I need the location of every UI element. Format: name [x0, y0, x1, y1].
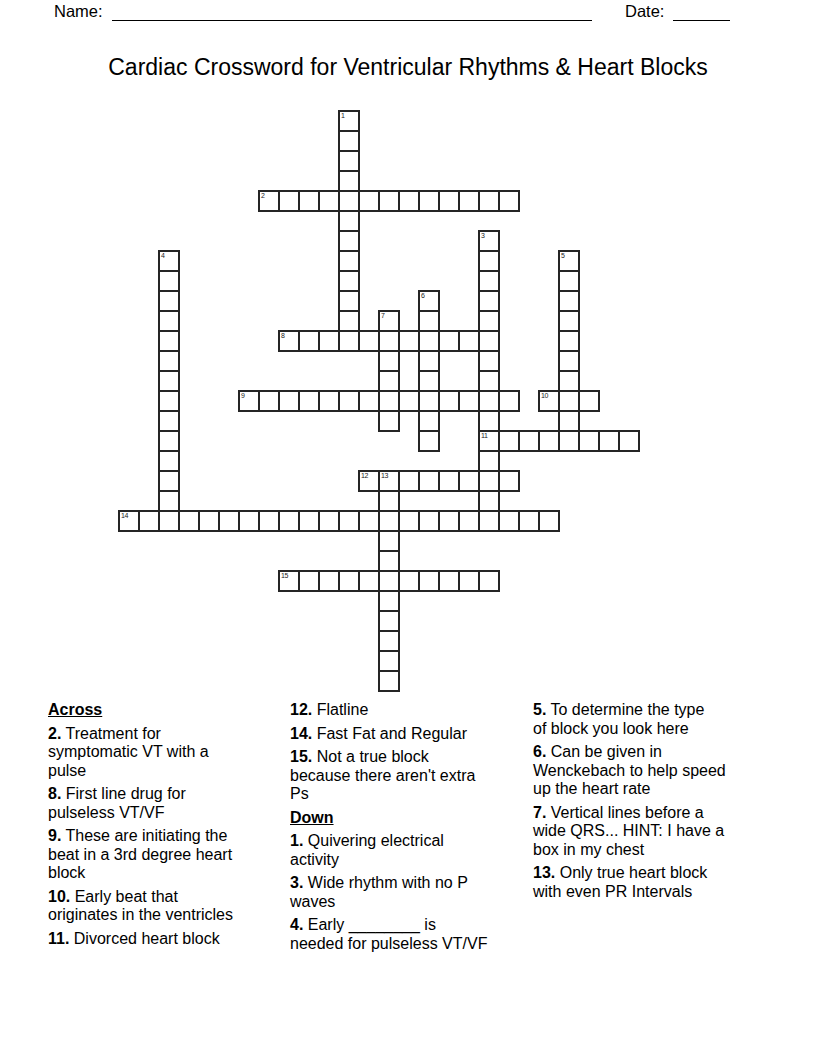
- cell-r20c2[interactable]: [158, 510, 180, 532]
- cell-r13c2[interactable]: [158, 370, 180, 392]
- cell-r13c15[interactable]: [418, 370, 440, 392]
- cell-r15c15[interactable]: [418, 410, 440, 432]
- cell-r20c19[interactable]: [498, 510, 520, 532]
- cell-r19c18[interactable]: [478, 490, 500, 512]
- cell-r3c11[interactable]: [338, 170, 360, 192]
- clue-item-5: 5. To determine the type of block you lo…: [533, 701, 771, 738]
- cell-r14c6[interactable]: 9: [238, 390, 260, 412]
- cell-r16c24[interactable]: [598, 430, 620, 452]
- cell-r0c11[interactable]: 1: [338, 110, 360, 132]
- cell-r16c18[interactable]: 11: [478, 430, 500, 452]
- cell-r14c21[interactable]: 10: [538, 390, 560, 412]
- cell-r15c2[interactable]: [158, 410, 180, 432]
- cell-r12c15[interactable]: [418, 350, 440, 372]
- cell-r16c19[interactable]: [498, 430, 520, 452]
- cell-r11c12[interactable]: [358, 330, 380, 352]
- cell-r9c15[interactable]: 6: [418, 290, 440, 312]
- cell-r26c13[interactable]: [378, 630, 400, 652]
- cell-r12c2[interactable]: [158, 350, 180, 372]
- clue-item-13: 13. Only true heart block with even PR I…: [533, 864, 771, 901]
- cell-r9c2[interactable]: [158, 290, 180, 312]
- clue-number-3: 3: [481, 232, 485, 240]
- cell-r17c2[interactable]: [158, 450, 180, 472]
- cell-r18c19[interactable]: [498, 470, 520, 492]
- cell-r14c22[interactable]: [558, 390, 580, 412]
- cell-r11c11[interactable]: [338, 330, 360, 352]
- clues-column-middle: 12. Flatline14. Fast Fat and Regular15. …: [290, 701, 522, 958]
- cell-r19c2[interactable]: [158, 490, 180, 512]
- cell-r4c9[interactable]: [298, 190, 320, 212]
- clue-number-7: 7: [381, 312, 385, 320]
- clue-item-1: 1. Quivering electrical activity: [290, 832, 522, 869]
- cell-r18c2[interactable]: [158, 470, 180, 492]
- cell-r18c15[interactable]: [418, 470, 440, 492]
- cell-r4c10[interactable]: [318, 190, 340, 212]
- cell-r20c20[interactable]: [518, 510, 540, 532]
- cell-r20c6[interactable]: [238, 510, 260, 532]
- cell-r23c12[interactable]: [358, 570, 380, 592]
- clue-number-12: 12: [361, 472, 368, 480]
- clue-item-8: 8. First line drug for pulseless VT/VF: [48, 785, 270, 822]
- cell-r16c21[interactable]: [538, 430, 560, 452]
- cell-r18c17[interactable]: [458, 470, 480, 492]
- cell-r20c16[interactable]: [438, 510, 460, 532]
- cell-r7c2[interactable]: 4: [158, 250, 180, 272]
- cell-r15c13[interactable]: [378, 410, 400, 432]
- cell-r11c16[interactable]: [438, 330, 460, 352]
- cell-r23c9[interactable]: [298, 570, 320, 592]
- clues-column-across: Across2. Treatment for symptomatic VT wi…: [48, 701, 270, 953]
- clue-item-7: 7. Vertical lines before a wide QRS... H…: [533, 804, 771, 860]
- clue-item-2: 2. Treatment for symptomatic VT with a p…: [48, 725, 270, 781]
- cell-r13c22[interactable]: [558, 370, 580, 392]
- cell-r4c14[interactable]: [398, 190, 420, 212]
- cell-r2c11[interactable]: [338, 150, 360, 172]
- cell-r7c18[interactable]: [478, 250, 500, 272]
- cell-r13c18[interactable]: [478, 370, 500, 392]
- cell-r4c18[interactable]: [478, 190, 500, 212]
- clue-item-10: 10. Early beat that originates in the ve…: [48, 888, 270, 925]
- clue-item-4: 4. Early ________ is needed for pulseles…: [290, 916, 522, 953]
- cell-r14c12[interactable]: [358, 390, 380, 412]
- clue-item-14: 14. Fast Fat and Regular: [290, 725, 522, 744]
- cell-r16c20[interactable]: [518, 430, 540, 452]
- cell-r20c18[interactable]: [478, 510, 500, 532]
- cell-r12c13[interactable]: [378, 350, 400, 372]
- cell-r10c22[interactable]: [558, 310, 580, 332]
- cell-r14c14[interactable]: [398, 390, 420, 412]
- clue-item-3: 3. Wide rhythm with no P waves: [290, 874, 522, 911]
- clue-list-heading-across: Across: [48, 701, 270, 720]
- cell-r4c16[interactable]: [438, 190, 460, 212]
- cell-r8c22[interactable]: [558, 270, 580, 292]
- date-blank-line: [673, 20, 730, 21]
- cell-r14c8[interactable]: [278, 390, 300, 412]
- cell-r11c14[interactable]: [398, 330, 420, 352]
- crossword-grid: 123456789101112131415: [118, 110, 642, 694]
- cell-r23c10[interactable]: [318, 570, 340, 592]
- clue-item-11: 11. Divorced heart block: [48, 930, 270, 949]
- cell-r18c18[interactable]: [478, 470, 500, 492]
- cell-r11c8[interactable]: 8: [278, 330, 300, 352]
- cell-r4c8[interactable]: [278, 190, 300, 212]
- cell-r20c15[interactable]: [418, 510, 440, 532]
- cell-r11c9[interactable]: [298, 330, 320, 352]
- cell-r16c15[interactable]: [418, 430, 440, 452]
- cell-r20c1[interactable]: [138, 510, 160, 532]
- cell-r14c11[interactable]: [338, 390, 360, 412]
- clue-number-6: 6: [421, 292, 425, 300]
- cell-r14c17[interactable]: [458, 390, 480, 412]
- cell-r16c25[interactable]: [618, 430, 640, 452]
- cell-r9c18[interactable]: [478, 290, 500, 312]
- cell-r9c22[interactable]: [558, 290, 580, 312]
- cell-r11c22[interactable]: [558, 330, 580, 352]
- cell-r4c13[interactable]: [378, 190, 400, 212]
- clue-number-2: 2: [261, 192, 265, 200]
- cell-r14c7[interactable]: [258, 390, 280, 412]
- cell-r6c18[interactable]: 3: [478, 230, 500, 252]
- clue-number-4: 4: [161, 252, 165, 260]
- cell-r20c4[interactable]: [198, 510, 220, 532]
- clues-column-down: 5. To determine the type of block you lo…: [533, 701, 771, 906]
- cell-r18c13[interactable]: 13: [378, 470, 400, 492]
- cell-r23c15[interactable]: [418, 570, 440, 592]
- cell-r12c18[interactable]: [478, 350, 500, 372]
- cell-r11c15[interactable]: [418, 330, 440, 352]
- cell-r10c18[interactable]: [478, 310, 500, 332]
- cell-r14c18[interactable]: [478, 390, 500, 412]
- cell-r11c2[interactable]: [158, 330, 180, 352]
- cell-r10c13[interactable]: 7: [378, 310, 400, 332]
- cell-r22c13[interactable]: [378, 550, 400, 572]
- cell-r28c13[interactable]: [378, 670, 400, 692]
- cell-r23c8[interactable]: 15: [278, 570, 300, 592]
- cell-r20c3[interactable]: [178, 510, 200, 532]
- cell-r11c17[interactable]: [458, 330, 480, 352]
- cell-r4c7[interactable]: 2: [258, 190, 280, 212]
- cell-r17c18[interactable]: [478, 450, 500, 472]
- clue-number-5: 5: [561, 252, 565, 260]
- cell-r14c19[interactable]: [498, 390, 520, 412]
- cell-r20c21[interactable]: [538, 510, 560, 532]
- cell-r7c11[interactable]: [338, 250, 360, 272]
- cell-r14c23[interactable]: [578, 390, 600, 412]
- cell-r13c13[interactable]: [378, 370, 400, 392]
- cell-r16c22[interactable]: [558, 430, 580, 452]
- cell-r8c2[interactable]: [158, 270, 180, 292]
- cell-r4c19[interactable]: [498, 190, 520, 212]
- cell-r18c12[interactable]: 12: [358, 470, 380, 492]
- cell-r20c0[interactable]: 14: [118, 510, 140, 532]
- cell-r18c14[interactable]: [398, 470, 420, 492]
- cell-r20c8[interactable]: [278, 510, 300, 532]
- cell-r15c22[interactable]: [558, 410, 580, 432]
- clue-number-10: 10: [541, 392, 548, 400]
- cell-r21c13[interactable]: [378, 530, 400, 552]
- cell-r23c18[interactable]: [478, 570, 500, 592]
- cell-r16c23[interactable]: [578, 430, 600, 452]
- clue-number-9: 9: [241, 392, 245, 400]
- cell-r1c11[interactable]: [338, 130, 360, 152]
- cell-r23c11[interactable]: [338, 570, 360, 592]
- cell-r20c5[interactable]: [218, 510, 240, 532]
- name-label: Name:: [54, 2, 103, 21]
- clue-number-1: 1: [341, 112, 345, 120]
- clue-number-11: 11: [481, 432, 488, 440]
- clue-number-8: 8: [281, 332, 285, 340]
- cell-r9c11[interactable]: [338, 290, 360, 312]
- date-label: Date:: [625, 2, 664, 21]
- cell-r4c17[interactable]: [458, 190, 480, 212]
- cell-r25c13[interactable]: [378, 610, 400, 632]
- clue-number-14: 14: [121, 512, 128, 520]
- cell-r14c9[interactable]: [298, 390, 320, 412]
- cell-r18c16[interactable]: [438, 470, 460, 492]
- cell-r11c18[interactable]: [478, 330, 500, 352]
- cell-r20c9[interactable]: [298, 510, 320, 532]
- clue-item-6: 6. Can be given in Wenckebach to help sp…: [533, 743, 771, 799]
- cell-r14c13[interactable]: [378, 390, 400, 412]
- cell-r7c22[interactable]: 5: [558, 250, 580, 272]
- cell-r20c12[interactable]: [358, 510, 380, 532]
- cell-r6c11[interactable]: [338, 230, 360, 252]
- cell-r27c13[interactable]: [378, 650, 400, 672]
- clue-list-heading-down: Down: [290, 809, 522, 828]
- cell-r19c13[interactable]: [378, 490, 400, 512]
- cell-r20c7[interactable]: [258, 510, 280, 532]
- clue-item-9: 9. These are initiating the beat in a 3r…: [48, 827, 270, 883]
- cell-r20c10[interactable]: [318, 510, 340, 532]
- cell-r10c15[interactable]: [418, 310, 440, 332]
- cell-r8c18[interactable]: [478, 270, 500, 292]
- cell-r23c14[interactable]: [398, 570, 420, 592]
- cell-r20c14[interactable]: [398, 510, 420, 532]
- cell-r23c13[interactable]: [378, 570, 400, 592]
- cell-r14c15[interactable]: [418, 390, 440, 412]
- cell-r14c16[interactable]: [438, 390, 460, 412]
- cell-r8c11[interactable]: [338, 270, 360, 292]
- cell-r24c13[interactable]: [378, 590, 400, 612]
- cell-r11c10[interactable]: [318, 330, 340, 352]
- page-title: Cardiac Crossword for Ventricular Rhythm…: [0, 54, 816, 80]
- cell-r4c11[interactable]: [338, 190, 360, 212]
- cell-r20c17[interactable]: [458, 510, 480, 532]
- cell-r4c15[interactable]: [418, 190, 440, 212]
- cell-r4c12[interactable]: [358, 190, 380, 212]
- cell-r23c17[interactable]: [458, 570, 480, 592]
- cell-r11c13[interactable]: [378, 330, 400, 352]
- cell-r20c13[interactable]: [378, 510, 400, 532]
- name-blank-line: [112, 20, 592, 21]
- cell-r15c18[interactable]: [478, 410, 500, 432]
- cell-r10c2[interactable]: [158, 310, 180, 332]
- clue-item-15: 15. Not a true block because there aren'…: [290, 748, 522, 804]
- cell-r14c2[interactable]: [158, 390, 180, 412]
- cell-r12c22[interactable]: [558, 350, 580, 372]
- clue-item-12: 12. Flatline: [290, 701, 522, 720]
- cell-r16c2[interactable]: [158, 430, 180, 452]
- clue-number-15: 15: [281, 572, 288, 580]
- cell-r23c16[interactable]: [438, 570, 460, 592]
- clue-number-13: 13: [381, 472, 388, 480]
- cell-r20c11[interactable]: [338, 510, 360, 532]
- cell-r14c10[interactable]: [318, 390, 340, 412]
- cell-r10c11[interactable]: [338, 310, 360, 332]
- cell-r5c11[interactable]: [338, 210, 360, 232]
